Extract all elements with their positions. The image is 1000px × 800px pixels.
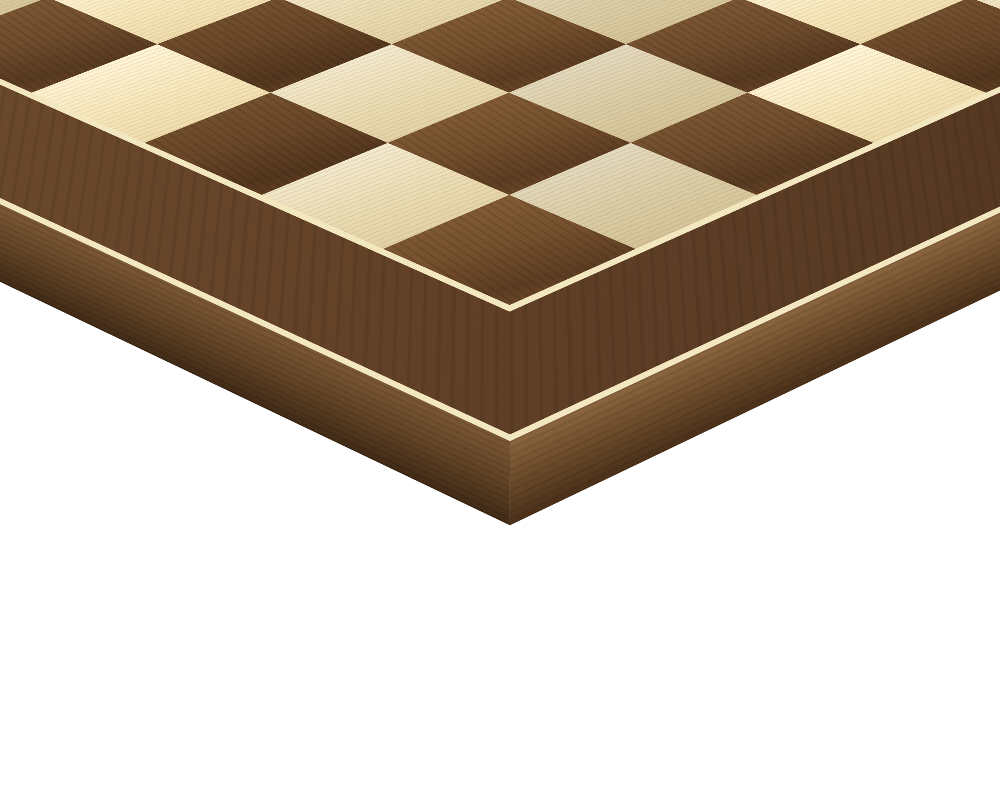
board-top-face [0, 0, 1000, 441]
product-photo-scene [0, 0, 1000, 800]
